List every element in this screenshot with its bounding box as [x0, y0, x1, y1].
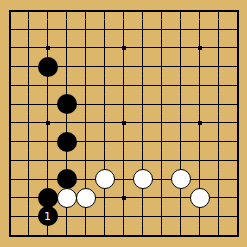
board-intersection[interactable]	[95, 57, 114, 76]
board-intersection[interactable]	[19, 1, 38, 20]
board-intersection[interactable]	[19, 151, 38, 170]
board-intersection[interactable]	[171, 132, 190, 151]
board-intersection[interactable]	[209, 226, 228, 245]
board-intersection[interactable]	[0, 95, 19, 114]
board-intersection[interactable]	[133, 20, 152, 39]
board-intersection[interactable]	[190, 20, 209, 39]
black-stone: ●	[57, 169, 77, 189]
board-intersection[interactable]	[19, 188, 38, 207]
white-stone: ○	[57, 188, 77, 208]
board-intersection[interactable]	[19, 57, 38, 76]
move-number-label: 1	[44, 211, 51, 222]
board-intersection[interactable]	[76, 132, 95, 151]
board-intersection[interactable]	[209, 95, 228, 114]
board-intersection[interactable]	[38, 1, 57, 20]
board-intersection[interactable]	[228, 170, 247, 189]
board-intersection[interactable]	[76, 226, 95, 245]
board-intersection[interactable]	[76, 170, 95, 189]
board-intersection[interactable]	[114, 1, 133, 20]
board-intersection[interactable]	[95, 188, 114, 207]
board-intersection[interactable]	[0, 226, 19, 245]
board-intersection[interactable]: ○	[171, 170, 190, 189]
board-intersection[interactable]	[133, 151, 152, 170]
board-intersection[interactable]	[95, 39, 114, 58]
board-intersection[interactable]	[171, 20, 190, 39]
board-intersection[interactable]	[152, 188, 171, 207]
board-intersection[interactable]	[171, 76, 190, 95]
white-stone: ○	[190, 188, 210, 208]
white-stone: ○	[76, 188, 96, 208]
board-intersection[interactable]	[0, 151, 19, 170]
board-intersection[interactable]	[0, 1, 19, 20]
white-stone: ○	[95, 169, 115, 189]
board-intersection[interactable]	[38, 151, 57, 170]
black-stone: ●	[38, 57, 58, 77]
board-intersection[interactable]	[0, 39, 19, 58]
board-intersection[interactable]	[190, 95, 209, 114]
board-intersection[interactable]	[95, 151, 114, 170]
board-intersection[interactable]	[152, 95, 171, 114]
board-intersection[interactable]	[76, 207, 95, 226]
board-intersection[interactable]	[95, 114, 114, 133]
board-intersection[interactable]	[190, 76, 209, 95]
board-intersection[interactable]	[0, 76, 19, 95]
board-intersection[interactable]	[228, 132, 247, 151]
white-stone: ○	[133, 169, 153, 189]
board-intersection[interactable]	[209, 132, 228, 151]
board-intersection[interactable]	[190, 170, 209, 189]
board-intersection[interactable]	[0, 132, 19, 151]
board-intersection[interactable]	[171, 57, 190, 76]
black-stone-glyph: ●	[59, 170, 75, 188]
board-intersection[interactable]	[95, 132, 114, 151]
board-intersection[interactable]	[228, 114, 247, 133]
board-intersection[interactable]	[38, 76, 57, 95]
board-intersection[interactable]	[190, 114, 209, 133]
board-intersection[interactable]	[19, 170, 38, 189]
board-intersection[interactable]	[152, 39, 171, 58]
board-intersection[interactable]	[0, 20, 19, 39]
board-intersection[interactable]	[76, 20, 95, 39]
black-stone: ●	[57, 132, 77, 152]
board-intersection[interactable]	[228, 188, 247, 207]
board-intersection[interactable]	[133, 57, 152, 76]
board-intersection[interactable]	[209, 39, 228, 58]
go-board-grid: ●●●●○○○●○○○1	[0, 1, 247, 245]
board-intersection[interactable]	[0, 57, 19, 76]
white-stone-glyph: ○	[78, 189, 94, 207]
board-intersection[interactable]	[190, 207, 209, 226]
board-intersection[interactable]	[114, 207, 133, 226]
white-stone: ○	[171, 169, 191, 189]
board-intersection[interactable]	[114, 39, 133, 58]
board-intersection[interactable]	[209, 57, 228, 76]
board-intersection[interactable]	[114, 20, 133, 39]
board-intersection[interactable]	[114, 170, 133, 189]
board-intersection[interactable]	[152, 1, 171, 20]
board-intersection[interactable]	[38, 95, 57, 114]
board-intersection[interactable]	[152, 151, 171, 170]
board-intersection[interactable]	[114, 188, 133, 207]
board-intersection[interactable]	[95, 226, 114, 245]
board-intersection[interactable]: ●	[57, 170, 76, 189]
board-intersection[interactable]	[190, 132, 209, 151]
board-intersection[interactable]	[209, 76, 228, 95]
board-intersection[interactable]	[95, 207, 114, 226]
board-intersection[interactable]: ○	[57, 188, 76, 207]
board-intersection[interactable]	[133, 188, 152, 207]
board-intersection[interactable]: ○	[133, 170, 152, 189]
board-intersection[interactable]	[114, 114, 133, 133]
board-intersection[interactable]: 1	[38, 207, 57, 226]
board-intersection[interactable]	[209, 207, 228, 226]
board-intersection[interactable]	[152, 76, 171, 95]
board-intersection[interactable]	[133, 226, 152, 245]
board-intersection[interactable]	[38, 20, 57, 39]
board-intersection[interactable]	[114, 132, 133, 151]
board-intersection[interactable]	[95, 76, 114, 95]
board-intersection[interactable]	[57, 207, 76, 226]
board-intersection[interactable]	[0, 114, 19, 133]
board-intersection[interactable]	[95, 1, 114, 20]
star-point	[46, 46, 50, 50]
board-intersection[interactable]	[171, 39, 190, 58]
board-intersection[interactable]	[209, 20, 228, 39]
board-intersection[interactable]	[190, 151, 209, 170]
white-stone-glyph: ○	[135, 170, 151, 188]
white-stone-glyph: ○	[97, 170, 113, 188]
board-intersection[interactable]	[76, 39, 95, 58]
board-intersection[interactable]: ●	[57, 95, 76, 114]
board-intersection[interactable]	[171, 1, 190, 20]
board-intersection[interactable]	[57, 151, 76, 170]
board-intersection[interactable]	[190, 57, 209, 76]
board-intersection[interactable]	[19, 132, 38, 151]
board-intersection[interactable]	[38, 226, 57, 245]
board-intersection[interactable]	[190, 1, 209, 20]
board-intersection[interactable]	[171, 95, 190, 114]
black-stone-glyph: ●	[40, 189, 56, 207]
black-stone-glyph: ●	[40, 58, 56, 76]
board-intersection[interactable]	[152, 170, 171, 189]
white-stone-glyph: ○	[173, 170, 189, 188]
board-intersection[interactable]	[19, 207, 38, 226]
board-intersection[interactable]: ○	[95, 170, 114, 189]
star-point	[198, 121, 202, 125]
board-intersection[interactable]	[114, 151, 133, 170]
board-intersection[interactable]	[76, 114, 95, 133]
board-intersection[interactable]	[228, 76, 247, 95]
board-intersection[interactable]	[57, 114, 76, 133]
board-intersection[interactable]	[152, 207, 171, 226]
star-point	[122, 46, 126, 50]
board-intersection[interactable]	[209, 170, 228, 189]
board-intersection[interactable]	[171, 207, 190, 226]
board-intersection[interactable]	[0, 170, 19, 189]
board-intersection[interactable]	[76, 95, 95, 114]
board-intersection[interactable]	[57, 226, 76, 245]
board-intersection[interactable]	[114, 226, 133, 245]
black-stone-glyph: ●	[59, 95, 75, 113]
board-intersection[interactable]	[133, 39, 152, 58]
board-intersection[interactable]	[19, 76, 38, 95]
board-intersection[interactable]: ●	[38, 188, 57, 207]
board-intersection[interactable]	[95, 95, 114, 114]
board-intersection[interactable]	[228, 151, 247, 170]
board-intersection[interactable]	[76, 1, 95, 20]
board-intersection[interactable]	[133, 1, 152, 20]
board-intersection[interactable]	[171, 151, 190, 170]
board-intersection[interactable]	[152, 226, 171, 245]
board-intersection[interactable]	[228, 95, 247, 114]
board-intersection[interactable]	[114, 95, 133, 114]
board-intersection[interactable]	[19, 114, 38, 133]
board-intersection[interactable]	[209, 1, 228, 20]
board-intersection[interactable]	[133, 95, 152, 114]
board-intersection[interactable]	[19, 39, 38, 58]
go-board-diagram: ●●●●○○○●○○○1	[0, 0, 247, 247]
board-intersection[interactable]	[133, 207, 152, 226]
black-stone: ●	[38, 188, 58, 208]
board-intersection[interactable]	[38, 39, 57, 58]
board-intersection[interactable]	[57, 57, 76, 76]
board-intersection[interactable]	[190, 39, 209, 58]
board-intersection[interactable]	[19, 95, 38, 114]
board-intersection[interactable]: ○	[76, 188, 95, 207]
board-intersection[interactable]	[228, 226, 247, 245]
board-intersection[interactable]	[0, 188, 19, 207]
board-intersection[interactable]	[228, 20, 247, 39]
board-intersection[interactable]	[57, 39, 76, 58]
white-stone-glyph: ○	[59, 189, 75, 207]
black-stone: 1	[38, 206, 58, 226]
board-intersection[interactable]	[171, 226, 190, 245]
board-intersection[interactable]	[152, 132, 171, 151]
board-intersection[interactable]	[76, 76, 95, 95]
board-intersection[interactable]	[0, 207, 19, 226]
board-intersection[interactable]	[57, 20, 76, 39]
board-intersection[interactable]	[57, 1, 76, 20]
board-intersection[interactable]	[133, 76, 152, 95]
board-intersection[interactable]	[152, 114, 171, 133]
star-point	[46, 121, 50, 125]
board-intersection[interactable]	[228, 39, 247, 58]
board-intersection[interactable]	[114, 57, 133, 76]
board-intersection[interactable]	[133, 132, 152, 151]
board-intersection[interactable]	[19, 226, 38, 245]
board-intersection[interactable]	[152, 57, 171, 76]
board-intersection[interactable]	[133, 114, 152, 133]
board-intersection[interactable]: ●	[38, 57, 57, 76]
board-intersection[interactable]	[38, 170, 57, 189]
board-intersection[interactable]	[171, 188, 190, 207]
board-intersection[interactable]	[228, 57, 247, 76]
board-intersection[interactable]	[19, 20, 38, 39]
board-intersection[interactable]	[228, 207, 247, 226]
white-stone-glyph: ○	[192, 189, 208, 207]
board-intersection[interactable]	[76, 57, 95, 76]
board-intersection[interactable]	[95, 20, 114, 39]
board-intersection[interactable]	[76, 151, 95, 170]
board-intersection[interactable]	[190, 226, 209, 245]
board-intersection[interactable]	[152, 20, 171, 39]
board-intersection[interactable]	[171, 114, 190, 133]
board-intersection[interactable]	[228, 1, 247, 20]
board-intersection[interactable]: ●	[57, 132, 76, 151]
board-intersection[interactable]	[57, 76, 76, 95]
star-point	[198, 46, 202, 50]
black-stone-glyph: ●	[59, 133, 75, 151]
star-point	[122, 196, 126, 200]
black-stone: ●	[57, 94, 77, 114]
star-point	[122, 121, 126, 125]
board-intersection[interactable]	[38, 114, 57, 133]
board-intersection[interactable]	[38, 132, 57, 151]
board-intersection[interactable]	[209, 188, 228, 207]
board-intersection[interactable]	[209, 114, 228, 133]
board-intersection[interactable]: ○	[190, 188, 209, 207]
board-intersection[interactable]	[209, 151, 228, 170]
board-intersection[interactable]	[114, 76, 133, 95]
